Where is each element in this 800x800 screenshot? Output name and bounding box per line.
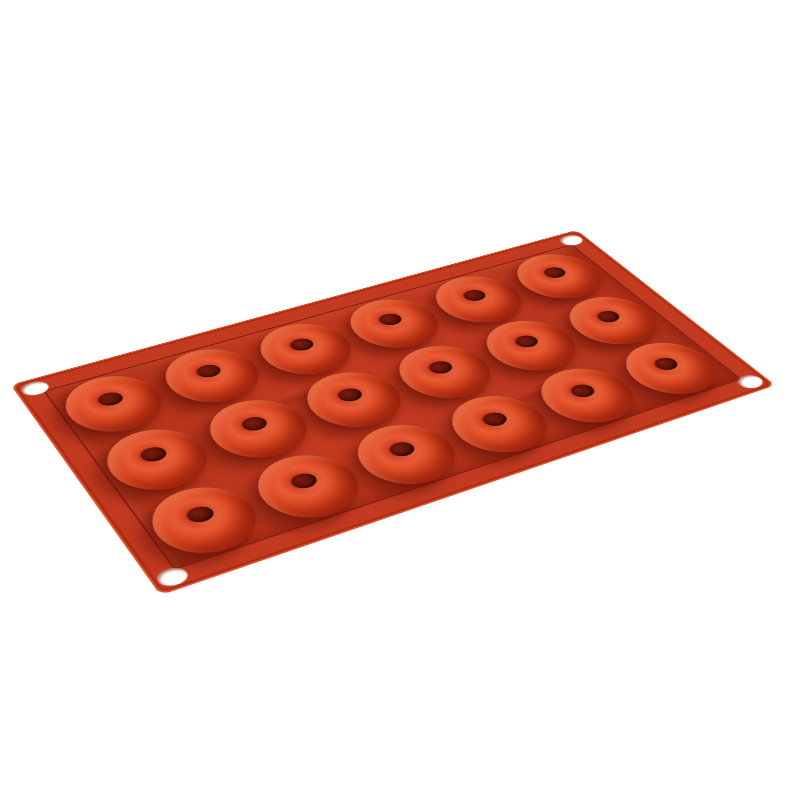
cavity-hole <box>137 445 170 464</box>
mold-tray <box>11 230 776 595</box>
cavity-hole <box>287 471 321 491</box>
cavity-grid <box>43 244 742 570</box>
donut-cavity-r3c1 <box>136 477 274 565</box>
cavity-hole <box>460 288 489 303</box>
cavity-hole <box>593 309 623 324</box>
cavity-hole <box>479 410 511 428</box>
cavity-hole <box>385 440 418 459</box>
cavity-hole <box>375 312 405 327</box>
cavity-hole <box>425 359 456 376</box>
cavity-hole <box>567 382 599 399</box>
cavity-hole <box>511 333 541 349</box>
donut-cavity-r3c2 <box>241 445 376 529</box>
cavity-hole <box>650 356 681 372</box>
cavity-hole <box>287 336 317 352</box>
corner-hole-bottom-right <box>734 373 767 390</box>
cavity-hole <box>238 415 270 433</box>
cavity-hole <box>540 265 569 279</box>
product-photo <box>0 0 800 800</box>
cavity-hole <box>193 363 224 380</box>
cavity-hole <box>183 504 217 525</box>
cavity-hole <box>95 390 127 408</box>
cavity-hole <box>334 386 366 403</box>
